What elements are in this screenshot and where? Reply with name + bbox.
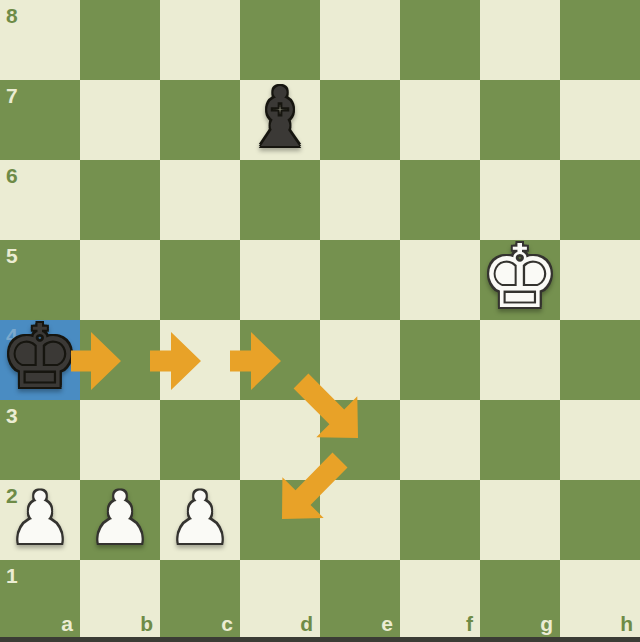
rank-label-1: 1	[6, 565, 18, 586]
square-a7[interactable]: 7	[0, 80, 80, 160]
square-e4[interactable]	[320, 320, 400, 400]
square-e3[interactable]	[320, 400, 400, 480]
square-f4[interactable]	[400, 320, 480, 400]
file-label-f: f	[466, 613, 473, 634]
square-d6[interactable]	[240, 160, 320, 240]
square-a4[interactable]: 4♚	[0, 320, 80, 400]
square-d2[interactable]	[240, 480, 320, 560]
file-label-c: c	[221, 613, 233, 634]
square-h3[interactable]	[560, 400, 640, 480]
square-g8[interactable]	[480, 0, 560, 80]
square-c7[interactable]	[160, 80, 240, 160]
square-f3[interactable]	[400, 400, 480, 480]
square-h7[interactable]	[560, 80, 640, 160]
square-h8[interactable]	[560, 0, 640, 80]
square-e2[interactable]	[320, 480, 400, 560]
file-label-b: b	[140, 613, 153, 634]
square-h6[interactable]	[560, 160, 640, 240]
square-h2[interactable]	[560, 480, 640, 560]
chess-board-screenshot: 87♝65♚4♚32♟♟♟1abcdefgh	[0, 0, 640, 642]
square-d7[interactable]: ♝	[240, 80, 320, 160]
square-b4[interactable]	[80, 320, 160, 400]
square-d5[interactable]	[240, 240, 320, 320]
square-a2[interactable]: 2♟	[0, 480, 80, 560]
square-h5[interactable]	[560, 240, 640, 320]
square-b2[interactable]: ♟	[80, 480, 160, 560]
square-g3[interactable]	[480, 400, 560, 480]
square-b1[interactable]: b	[80, 560, 160, 640]
square-h4[interactable]	[560, 320, 640, 400]
square-g4[interactable]	[480, 320, 560, 400]
file-label-e: e	[381, 613, 393, 634]
file-label-d: d	[300, 613, 313, 634]
rank-label-3: 3	[6, 405, 18, 426]
square-d4[interactable]	[240, 320, 320, 400]
square-e5[interactable]	[320, 240, 400, 320]
square-e6[interactable]	[320, 160, 400, 240]
file-label-h: h	[620, 613, 633, 634]
square-a1[interactable]: 1a	[0, 560, 80, 640]
square-f8[interactable]	[400, 0, 480, 80]
file-label-a: a	[61, 613, 73, 634]
square-f1[interactable]: f	[400, 560, 480, 640]
square-e7[interactable]	[320, 80, 400, 160]
square-g5[interactable]: ♚	[480, 240, 560, 320]
black-king-icon[interactable]: ♚	[1, 313, 80, 401]
square-c3[interactable]	[160, 400, 240, 480]
square-b3[interactable]	[80, 400, 160, 480]
square-d1[interactable]: d	[240, 560, 320, 640]
rank-label-5: 5	[6, 245, 18, 266]
square-b6[interactable]	[80, 160, 160, 240]
square-f6[interactable]	[400, 160, 480, 240]
white-pawn-icon[interactable]: ♟	[168, 482, 233, 554]
rank-label-8: 8	[6, 5, 18, 26]
square-c1[interactable]: c	[160, 560, 240, 640]
square-c2[interactable]: ♟	[160, 480, 240, 560]
rank-label-6: 6	[6, 165, 18, 186]
square-a6[interactable]: 6	[0, 160, 80, 240]
square-a8[interactable]: 8	[0, 0, 80, 80]
square-c6[interactable]	[160, 160, 240, 240]
square-a3[interactable]: 3	[0, 400, 80, 480]
bottom-edge-bar	[0, 637, 640, 642]
board-grid: 87♝65♚4♚32♟♟♟1abcdefgh	[0, 0, 640, 640]
file-label-g: g	[540, 613, 553, 634]
square-b8[interactable]	[80, 0, 160, 80]
square-c5[interactable]	[160, 240, 240, 320]
square-b5[interactable]	[80, 240, 160, 320]
square-f5[interactable]	[400, 240, 480, 320]
square-d8[interactable]	[240, 0, 320, 80]
square-f2[interactable]	[400, 480, 480, 560]
square-b7[interactable]	[80, 80, 160, 160]
square-c4[interactable]	[160, 320, 240, 400]
square-f7[interactable]	[400, 80, 480, 160]
square-d3[interactable]	[240, 400, 320, 480]
square-e1[interactable]: e	[320, 560, 400, 640]
white-king-icon[interactable]: ♚	[481, 233, 560, 321]
square-g7[interactable]	[480, 80, 560, 160]
black-bishop-icon[interactable]: ♝	[243, 77, 317, 159]
square-h1[interactable]: h	[560, 560, 640, 640]
square-g2[interactable]	[480, 480, 560, 560]
rank-label-7: 7	[6, 85, 18, 106]
square-e8[interactable]	[320, 0, 400, 80]
white-pawn-icon[interactable]: ♟	[8, 482, 73, 554]
square-g1[interactable]: g	[480, 560, 560, 640]
white-pawn-icon[interactable]: ♟	[88, 482, 153, 554]
square-c8[interactable]	[160, 0, 240, 80]
